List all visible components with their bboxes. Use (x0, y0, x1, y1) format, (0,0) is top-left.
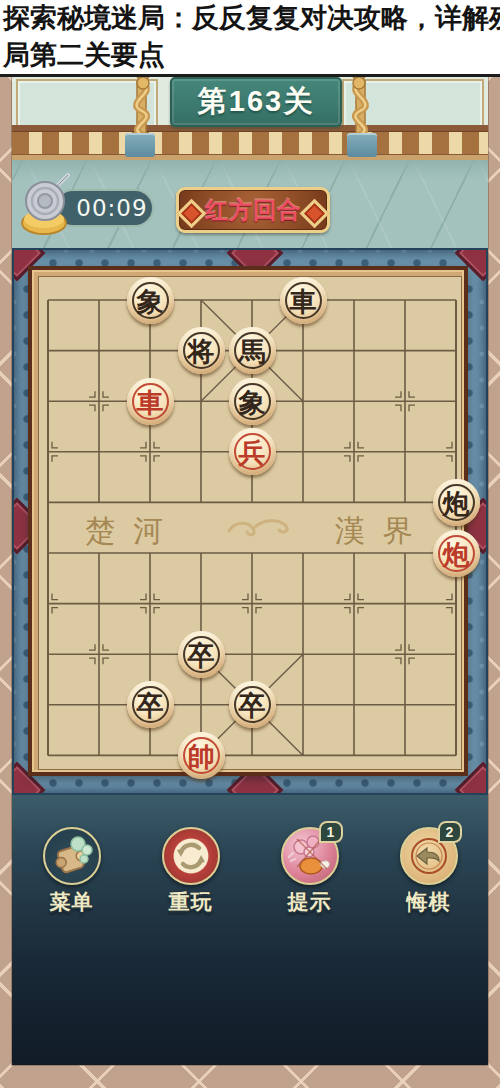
turn-plaque: 红方回合 (176, 187, 330, 233)
replay-button[interactable]: 重玩 (137, 827, 245, 916)
piece-black-卒[interactable]: 卒 (178, 631, 225, 678)
level-label: 第163关 (198, 82, 314, 122)
piece-red-炮[interactable]: 炮 (433, 530, 480, 577)
level-plaque: 第163关 (170, 77, 342, 127)
article-title-line1: 探索秘境迷局：反反复复对决攻略，详解残 (0, 0, 500, 37)
piece-black-馬[interactable]: 馬 (229, 327, 276, 374)
undo-button-label: 悔棋 (407, 888, 451, 916)
scroll-jade-icon (43, 827, 101, 885)
piece-black-車[interactable]: 車 (280, 277, 327, 324)
undo-arrow-icon: 2 (400, 827, 458, 885)
river-cloud-icon (225, 515, 295, 539)
toolbar: 菜单 重玩 1 (12, 827, 488, 916)
blossom-lantern-icon: 1 (281, 827, 339, 885)
article-title-line2: 局第二关要点 (0, 37, 500, 77)
article-title: 探索秘境迷局：反反复复对决攻略，详解残 局第二关要点 (0, 0, 500, 75)
piece-black-象[interactable]: 象 (127, 277, 174, 324)
menu-button[interactable]: 菜单 (18, 827, 126, 916)
timer-value: 00:09 (76, 195, 147, 221)
river-label-right: 漢界 (335, 511, 431, 552)
piece-black-卒[interactable]: 卒 (127, 681, 174, 728)
bottom-bar: 菜单 重玩 1 (12, 795, 488, 1065)
dragon-statue-icon (112, 75, 168, 159)
menu-button-label: 菜单 (50, 888, 94, 916)
turn-label: 红方回合 (205, 195, 301, 226)
piece-red-帥[interactable]: 帥 (178, 732, 225, 779)
undo-button[interactable]: 2 悔棋 (375, 827, 483, 916)
piece-red-車[interactable]: 車 (127, 378, 174, 425)
replay-button-label: 重玩 (169, 888, 213, 916)
piece-black-将[interactable]: 将 (178, 327, 225, 374)
piece-black-炮[interactable]: 炮 (433, 479, 480, 526)
xiangqi-board: 楚河 漢界 象車将馬車象兵炮炮卒卒卒帥 (12, 248, 488, 795)
diamond-ornament-icon (177, 198, 207, 228)
gong-icon (18, 173, 82, 243)
railing (12, 125, 488, 158)
river-label-left: 楚河 (85, 511, 181, 552)
piece-black-象[interactable]: 象 (229, 378, 276, 425)
article-page-background: 探索秘境迷局：反反复复对决攻略，详解残 局第二关要点 (0, 0, 500, 1088)
board-surface[interactable]: 楚河 漢界 象車将馬車象兵炮炮卒卒卒帥 (38, 276, 462, 770)
piece-black-卒[interactable]: 卒 (229, 681, 276, 728)
hint-badge: 1 (319, 821, 343, 843)
diamond-ornament-icon (300, 198, 330, 228)
piece-red-兵[interactable]: 兵 (229, 428, 276, 475)
dragon-statue-icon (334, 75, 390, 159)
hint-button[interactable]: 1 提示 (256, 827, 364, 916)
hint-button-label: 提示 (288, 888, 332, 916)
game-screenshot: 第163关 00:09 红方回合 (12, 75, 488, 1065)
undo-badge: 2 (438, 821, 462, 843)
replay-arrows-icon (162, 827, 220, 885)
